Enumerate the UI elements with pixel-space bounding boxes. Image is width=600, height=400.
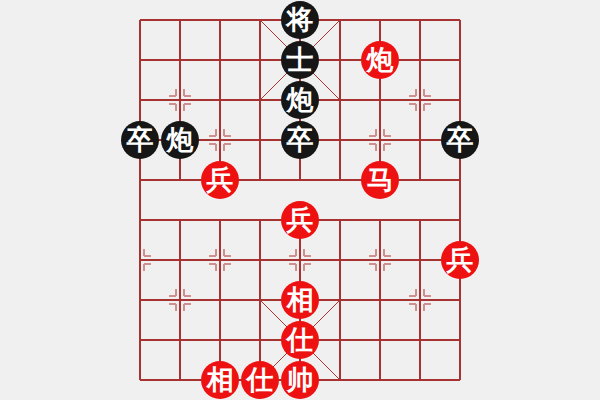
- point-7-3[interactable]: [400, 120, 440, 160]
- point-7-6[interactable]: [400, 240, 440, 280]
- point-0-4[interactable]: [120, 160, 160, 200]
- point-7-0[interactable]: [400, 0, 440, 40]
- point-3-1[interactable]: [240, 40, 280, 80]
- point-8-9[interactable]: [440, 360, 480, 400]
- point-6-6[interactable]: [360, 240, 400, 280]
- point-3-5[interactable]: [240, 200, 280, 240]
- point-8-6[interactable]: 兵: [440, 240, 480, 280]
- point-4-6[interactable]: [280, 240, 320, 280]
- point-0-2[interactable]: [120, 80, 160, 120]
- piece-red-soldier[interactable]: 兵: [281, 201, 319, 239]
- xiangqi-board: 将士炮炮卒炮卒卒兵马兵兵相仕相仕帅: [120, 0, 480, 400]
- point-3-7[interactable]: [240, 280, 280, 320]
- point-3-9[interactable]: 仕: [240, 360, 280, 400]
- point-4-0[interactable]: 将: [280, 0, 320, 40]
- point-4-8[interactable]: 仕: [280, 320, 320, 360]
- point-5-6[interactable]: [320, 240, 360, 280]
- point-6-5[interactable]: [360, 200, 400, 240]
- point-2-9[interactable]: 相: [200, 360, 240, 400]
- point-1-0[interactable]: [160, 0, 200, 40]
- point-3-8[interactable]: [240, 320, 280, 360]
- point-0-5[interactable]: [120, 200, 160, 240]
- point-7-2[interactable]: [400, 80, 440, 120]
- point-2-4[interactable]: 兵: [200, 160, 240, 200]
- piece-red-soldier[interactable]: 兵: [201, 161, 239, 199]
- point-8-2[interactable]: [440, 80, 480, 120]
- point-7-4[interactable]: [400, 160, 440, 200]
- point-1-4[interactable]: [160, 160, 200, 200]
- point-6-3[interactable]: [360, 120, 400, 160]
- point-5-7[interactable]: [320, 280, 360, 320]
- point-8-0[interactable]: [440, 0, 480, 40]
- point-3-2[interactable]: [240, 80, 280, 120]
- point-0-1[interactable]: [120, 40, 160, 80]
- point-1-2[interactable]: [160, 80, 200, 120]
- point-2-7[interactable]: [200, 280, 240, 320]
- point-7-9[interactable]: [400, 360, 440, 400]
- piece-red-advisor[interactable]: 仕: [241, 361, 279, 399]
- point-6-4[interactable]: 马: [360, 160, 400, 200]
- piece-black-soldier[interactable]: 卒: [441, 121, 479, 159]
- point-3-0[interactable]: [240, 0, 280, 40]
- point-2-6[interactable]: [200, 240, 240, 280]
- point-5-1[interactable]: [320, 40, 360, 80]
- point-4-4[interactable]: [280, 160, 320, 200]
- point-0-8[interactable]: [120, 320, 160, 360]
- point-3-4[interactable]: [240, 160, 280, 200]
- point-5-0[interactable]: [320, 0, 360, 40]
- point-2-5[interactable]: [200, 200, 240, 240]
- point-0-0[interactable]: [120, 0, 160, 40]
- point-6-2[interactable]: [360, 80, 400, 120]
- point-5-8[interactable]: [320, 320, 360, 360]
- point-0-3[interactable]: 卒: [120, 120, 160, 160]
- point-4-1[interactable]: 士: [280, 40, 320, 80]
- piece-black-cannon[interactable]: 炮: [161, 121, 199, 159]
- piece-black-soldier[interactable]: 卒: [281, 121, 319, 159]
- point-1-3[interactable]: 炮: [160, 120, 200, 160]
- point-7-1[interactable]: [400, 40, 440, 80]
- point-0-6[interactable]: [120, 240, 160, 280]
- point-1-7[interactable]: [160, 280, 200, 320]
- point-0-7[interactable]: [120, 280, 160, 320]
- point-5-2[interactable]: [320, 80, 360, 120]
- piece-red-elephant[interactable]: 相: [281, 281, 319, 319]
- point-7-7[interactable]: [400, 280, 440, 320]
- point-5-5[interactable]: [320, 200, 360, 240]
- piece-black-soldier[interactable]: 卒: [121, 121, 159, 159]
- point-8-3[interactable]: 卒: [440, 120, 480, 160]
- point-7-8[interactable]: [400, 320, 440, 360]
- piece-red-advisor[interactable]: 仕: [281, 321, 319, 359]
- point-1-9[interactable]: [160, 360, 200, 400]
- point-4-7[interactable]: 相: [280, 280, 320, 320]
- piece-red-elephant[interactable]: 相: [201, 361, 239, 399]
- point-0-9[interactable]: [120, 360, 160, 400]
- point-5-3[interactable]: [320, 120, 360, 160]
- point-6-9[interactable]: [360, 360, 400, 400]
- point-6-7[interactable]: [360, 280, 400, 320]
- point-7-5[interactable]: [400, 200, 440, 240]
- point-5-9[interactable]: [320, 360, 360, 400]
- point-1-6[interactable]: [160, 240, 200, 280]
- point-2-2[interactable]: [200, 80, 240, 120]
- point-4-9[interactable]: 帅: [280, 360, 320, 400]
- point-4-2[interactable]: 炮: [280, 80, 320, 120]
- point-4-5[interactable]: 兵: [280, 200, 320, 240]
- point-6-1[interactable]: 炮: [360, 40, 400, 80]
- point-6-0[interactable]: [360, 0, 400, 40]
- xiangqi-app-canvas: 将士炮炮卒炮卒卒兵马兵兵相仕相仕帅: [0, 0, 600, 400]
- point-2-8[interactable]: [200, 320, 240, 360]
- point-5-4[interactable]: [320, 160, 360, 200]
- piece-red-soldier[interactable]: 兵: [441, 241, 479, 279]
- point-8-4[interactable]: [440, 160, 480, 200]
- point-8-5[interactable]: [440, 200, 480, 240]
- piece-black-advisor[interactable]: 士: [281, 41, 319, 79]
- point-4-3[interactable]: 卒: [280, 120, 320, 160]
- point-1-1[interactable]: [160, 40, 200, 80]
- piece-black-general[interactable]: 将: [281, 1, 319, 39]
- piece-red-cannon[interactable]: 炮: [361, 41, 399, 79]
- point-2-3[interactable]: [200, 120, 240, 160]
- point-8-1[interactable]: [440, 40, 480, 80]
- point-6-8[interactable]: [360, 320, 400, 360]
- piece-red-general[interactable]: 帅: [281, 361, 319, 399]
- point-1-5[interactable]: [160, 200, 200, 240]
- point-3-3[interactable]: [240, 120, 280, 160]
- point-3-6[interactable]: [240, 240, 280, 280]
- point-1-8[interactable]: [160, 320, 200, 360]
- point-2-0[interactable]: [200, 0, 240, 40]
- point-8-8[interactable]: [440, 320, 480, 360]
- point-8-7[interactable]: [440, 280, 480, 320]
- piece-black-cannon[interactable]: 炮: [281, 81, 319, 119]
- piece-red-horse[interactable]: 马: [361, 161, 399, 199]
- point-2-1[interactable]: [200, 40, 240, 80]
